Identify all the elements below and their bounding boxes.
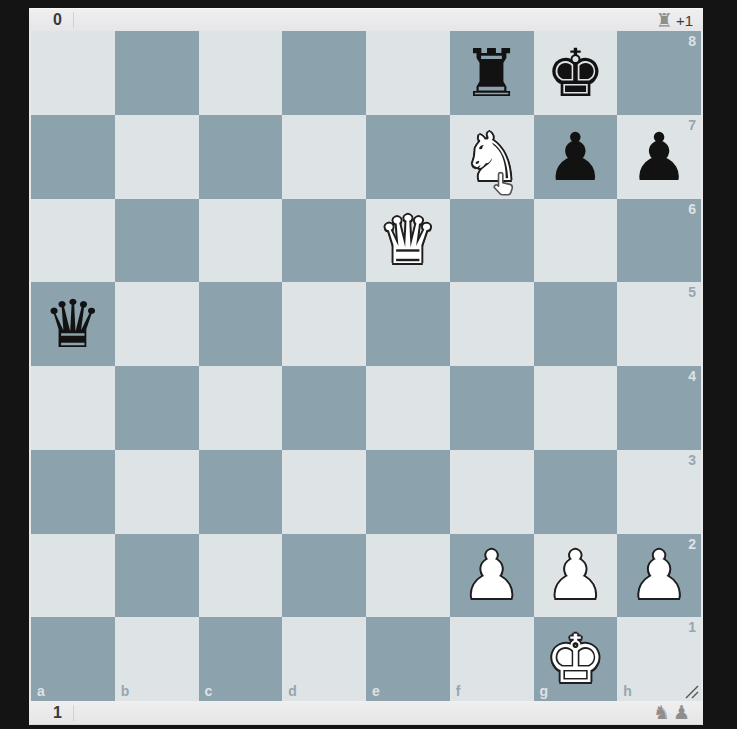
- rank-label-8: 8: [688, 34, 696, 48]
- top-captured-pieces: ♜: [656, 11, 673, 30]
- chess-board: ♜♚8♞♟7♟♛6♛543♟♟2♟abcdefg♚h1: [31, 31, 701, 701]
- square-d3[interactable]: [282, 450, 366, 534]
- square-e7[interactable]: [366, 115, 450, 199]
- square-d7[interactable]: [282, 115, 366, 199]
- square-a7[interactable]: [31, 115, 115, 199]
- square-a4[interactable]: [31, 366, 115, 450]
- top-player-bar: 0 ♜ +1: [29, 8, 703, 31]
- bottom-captured-pieces: ♞♟: [653, 703, 690, 722]
- square-g5[interactable]: [534, 282, 618, 366]
- square-c2[interactable]: [199, 534, 283, 618]
- square-g6[interactable]: [534, 199, 618, 283]
- square-a5[interactable]: ♛: [31, 282, 115, 366]
- black-queen-a5[interactable]: ♛: [43, 292, 102, 358]
- square-g3[interactable]: [534, 450, 618, 534]
- square-b2[interactable]: [115, 534, 199, 618]
- square-a8[interactable]: [31, 31, 115, 115]
- square-e3[interactable]: [366, 450, 450, 534]
- square-e2[interactable]: [366, 534, 450, 618]
- square-h3[interactable]: 3: [617, 450, 701, 534]
- square-h8[interactable]: 8: [617, 31, 701, 115]
- square-e6[interactable]: ♛: [366, 199, 450, 283]
- square-e5[interactable]: [366, 282, 450, 366]
- square-c5[interactable]: [199, 282, 283, 366]
- square-d5[interactable]: [282, 282, 366, 366]
- square-f7[interactable]: ♞: [450, 115, 534, 199]
- rank-label-7: 7: [688, 118, 696, 132]
- rank-label-2: 2: [688, 537, 696, 551]
- top-bar-number: 0: [29, 11, 73, 29]
- white-queen-e6[interactable]: ♛: [378, 208, 437, 274]
- square-f4[interactable]: [450, 366, 534, 450]
- square-a6[interactable]: [31, 199, 115, 283]
- file-label-e: e: [372, 684, 380, 698]
- square-h6[interactable]: 6: [617, 199, 701, 283]
- board-area: ♜♚8♞♟7♟♛6♛543♟♟2♟abcdefg♚h1: [31, 31, 701, 701]
- white-pawn-h2[interactable]: ♟: [630, 543, 689, 609]
- square-h4[interactable]: 4: [617, 366, 701, 450]
- rank-label-3: 3: [688, 453, 696, 467]
- square-a1[interactable]: a: [31, 617, 115, 701]
- captured-pawn-icon: ♟: [673, 703, 690, 722]
- square-f8[interactable]: ♜: [450, 31, 534, 115]
- white-pawn-g2[interactable]: ♟: [546, 543, 605, 609]
- white-knight-f7[interactable]: ♞: [462, 125, 521, 191]
- square-f5[interactable]: [450, 282, 534, 366]
- black-rook-f8[interactable]: ♜: [462, 41, 521, 107]
- top-material-advantage: +1: [675, 12, 693, 29]
- square-b6[interactable]: [115, 199, 199, 283]
- square-h7[interactable]: 7♟: [617, 115, 701, 199]
- file-label-h: h: [623, 684, 632, 698]
- square-b8[interactable]: [115, 31, 199, 115]
- square-f2[interactable]: ♟: [450, 534, 534, 618]
- square-h5[interactable]: 5: [617, 282, 701, 366]
- square-b4[interactable]: [115, 366, 199, 450]
- rank-label-5: 5: [688, 285, 696, 299]
- black-pawn-h7[interactable]: ♟: [630, 125, 689, 191]
- bottom-bar-separator: [73, 705, 74, 721]
- black-king-g8[interactable]: ♚: [546, 41, 605, 107]
- square-g8[interactable]: ♚: [534, 31, 618, 115]
- square-b1[interactable]: b: [115, 617, 199, 701]
- top-bar-separator: [73, 12, 74, 28]
- square-g2[interactable]: ♟: [534, 534, 618, 618]
- square-e1[interactable]: e: [366, 617, 450, 701]
- file-label-d: d: [288, 684, 297, 698]
- square-g1[interactable]: g♚: [534, 617, 618, 701]
- square-f3[interactable]: [450, 450, 534, 534]
- square-g7[interactable]: ♟: [534, 115, 618, 199]
- square-c4[interactable]: [199, 366, 283, 450]
- bottom-player-bar: 1 ♞♟: [29, 701, 703, 725]
- square-c6[interactable]: [199, 199, 283, 283]
- file-label-b: b: [121, 684, 130, 698]
- file-label-a: a: [37, 684, 45, 698]
- square-f1[interactable]: f: [450, 617, 534, 701]
- captured-rook-icon: ♜: [656, 11, 673, 30]
- rank-label-4: 4: [688, 369, 696, 383]
- rank-label-6: 6: [688, 202, 696, 216]
- square-c7[interactable]: [199, 115, 283, 199]
- square-d6[interactable]: [282, 199, 366, 283]
- square-a2[interactable]: [31, 534, 115, 618]
- captured-knight-icon: ♞: [653, 703, 670, 722]
- square-b7[interactable]: [115, 115, 199, 199]
- file-label-c: c: [205, 684, 213, 698]
- square-c1[interactable]: c: [199, 617, 283, 701]
- board-resize-handle[interactable]: [683, 683, 699, 699]
- square-g4[interactable]: [534, 366, 618, 450]
- square-h2[interactable]: 2♟: [617, 534, 701, 618]
- black-pawn-g7[interactable]: ♟: [546, 125, 605, 191]
- square-b5[interactable]: [115, 282, 199, 366]
- square-d1[interactable]: d: [282, 617, 366, 701]
- file-label-f: f: [456, 684, 461, 698]
- square-d2[interactable]: [282, 534, 366, 618]
- square-f6[interactable]: [450, 199, 534, 283]
- bottom-bar-number: 1: [29, 704, 73, 722]
- square-a3[interactable]: [31, 450, 115, 534]
- game-panel: 0 ♜ +1 ♜♚8♞♟7♟♛6♛543♟♟2♟abcdefg♚h1 1 ♞♟: [29, 8, 703, 725]
- square-b3[interactable]: [115, 450, 199, 534]
- square-e4[interactable]: [366, 366, 450, 450]
- square-c8[interactable]: [199, 31, 283, 115]
- white-king-g1[interactable]: ♚: [546, 627, 605, 693]
- rank-label-1: 1: [688, 620, 696, 634]
- square-d8[interactable]: [282, 31, 366, 115]
- square-c3[interactable]: [199, 450, 283, 534]
- square-d4[interactable]: [282, 366, 366, 450]
- square-e8[interactable]: [366, 31, 450, 115]
- white-pawn-f2[interactable]: ♟: [462, 543, 521, 609]
